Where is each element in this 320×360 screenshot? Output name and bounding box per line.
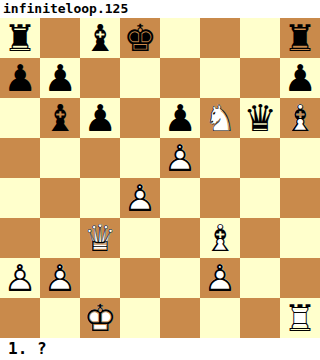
square-a6[interactable] (0, 98, 40, 138)
black-rook[interactable]: ♜ (280, 18, 320, 58)
square-h3[interactable] (280, 218, 320, 258)
square-e3[interactable] (160, 218, 200, 258)
square-g5[interactable] (240, 138, 280, 178)
black-pawn[interactable]: ♟ (0, 58, 40, 98)
piece-glyph-fill: ♚ (120, 18, 160, 58)
white-pawn[interactable]: ♟♙ (0, 258, 40, 298)
square-f5[interactable] (200, 138, 240, 178)
black-bishop[interactable]: ♝ (40, 98, 80, 138)
square-h4[interactable] (280, 178, 320, 218)
square-c5[interactable] (80, 138, 120, 178)
square-d2[interactable] (120, 258, 160, 298)
piece-glyph-fill: ♟ (80, 98, 120, 138)
square-e2[interactable] (160, 258, 200, 298)
white-rook[interactable]: ♜♖ (280, 298, 320, 338)
square-a5[interactable] (0, 138, 40, 178)
square-h7[interactable]: ♟ (280, 58, 320, 98)
move-prompt: 1. ? (8, 339, 47, 358)
piece-glyph-outline: ♙ (0, 258, 40, 298)
white-pawn[interactable]: ♟♙ (120, 178, 160, 218)
square-g6[interactable]: ♛ (240, 98, 280, 138)
piece-glyph-outline: ♙ (200, 258, 240, 298)
square-f4[interactable] (200, 178, 240, 218)
white-pawn[interactable]: ♟♙ (160, 138, 200, 178)
white-knight[interactable]: ♞♘ (200, 98, 240, 138)
square-e7[interactable] (160, 58, 200, 98)
piece-glyph-fill: ♜ (0, 18, 40, 58)
piece-glyph-outline: ♙ (120, 178, 160, 218)
piece-glyph-fill: ♝ (40, 98, 80, 138)
black-pawn[interactable]: ♟ (80, 98, 120, 138)
square-d8[interactable]: ♚ (120, 18, 160, 58)
square-a2[interactable]: ♟♙ (0, 258, 40, 298)
black-bishop[interactable]: ♝ (80, 18, 120, 58)
white-bishop[interactable]: ♝♗ (200, 218, 240, 258)
square-d7[interactable] (120, 58, 160, 98)
white-queen[interactable]: ♛♕ (80, 218, 120, 258)
square-b8[interactable] (40, 18, 80, 58)
square-h5[interactable] (280, 138, 320, 178)
piece-glyph-fill: ♜ (280, 18, 320, 58)
black-pawn[interactable]: ♟ (280, 58, 320, 98)
square-f6[interactable]: ♞♘ (200, 98, 240, 138)
piece-glyph-outline: ♗ (280, 98, 320, 138)
black-pawn[interactable]: ♟ (40, 58, 80, 98)
black-rook[interactable]: ♜ (0, 18, 40, 58)
square-d1[interactable] (120, 298, 160, 338)
square-g7[interactable] (240, 58, 280, 98)
square-d3[interactable] (120, 218, 160, 258)
square-e8[interactable] (160, 18, 200, 58)
square-f2[interactable]: ♟♙ (200, 258, 240, 298)
square-g4[interactable] (240, 178, 280, 218)
square-c6[interactable]: ♟ (80, 98, 120, 138)
square-a3[interactable] (0, 218, 40, 258)
square-c4[interactable] (80, 178, 120, 218)
puzzle-title: infiniteloop.125 (3, 1, 128, 16)
square-d5[interactable] (120, 138, 160, 178)
square-b3[interactable] (40, 218, 80, 258)
square-f7[interactable] (200, 58, 240, 98)
square-c7[interactable] (80, 58, 120, 98)
square-a4[interactable] (0, 178, 40, 218)
piece-glyph-outline: ♔ (80, 298, 120, 338)
square-e6[interactable]: ♟ (160, 98, 200, 138)
square-e1[interactable] (160, 298, 200, 338)
piece-glyph-fill: ♟ (280, 58, 320, 98)
square-d6[interactable] (120, 98, 160, 138)
square-b2[interactable]: ♟♙ (40, 258, 80, 298)
square-c8[interactable]: ♝ (80, 18, 120, 58)
piece-glyph-outline: ♗ (200, 218, 240, 258)
square-g1[interactable] (240, 298, 280, 338)
square-g3[interactable] (240, 218, 280, 258)
black-king[interactable]: ♚ (120, 18, 160, 58)
piece-glyph-outline: ♕ (80, 218, 120, 258)
square-d4[interactable]: ♟♙ (120, 178, 160, 218)
white-pawn[interactable]: ♟♙ (200, 258, 240, 298)
square-b4[interactable] (40, 178, 80, 218)
piece-glyph-fill: ♝ (80, 18, 120, 58)
white-king[interactable]: ♚♔ (80, 298, 120, 338)
piece-glyph-outline: ♘ (200, 98, 240, 138)
square-b7[interactable]: ♟ (40, 58, 80, 98)
black-queen[interactable]: ♛ (240, 98, 280, 138)
square-b5[interactable] (40, 138, 80, 178)
piece-glyph-outline: ♙ (160, 138, 200, 178)
chess-board: ♜♝♚♜♟♟♟♝♟♟♞♘♛♝♗♟♙♟♙♛♕♝♗♟♙♟♙♟♙♚♔♜♖ (0, 18, 320, 338)
square-f1[interactable] (200, 298, 240, 338)
square-c2[interactable] (80, 258, 120, 298)
piece-glyph-fill: ♛ (240, 98, 280, 138)
square-h6[interactable]: ♝♗ (280, 98, 320, 138)
square-f8[interactable] (200, 18, 240, 58)
puzzle-page: infiniteloop.125 ♜♝♚♜♟♟♟♝♟♟♞♘♛♝♗♟♙♟♙♛♕♝♗… (0, 0, 320, 360)
white-pawn[interactable]: ♟♙ (40, 258, 80, 298)
square-a8[interactable]: ♜ (0, 18, 40, 58)
white-bishop[interactable]: ♝♗ (280, 98, 320, 138)
piece-glyph-fill: ♟ (160, 98, 200, 138)
square-e5[interactable]: ♟♙ (160, 138, 200, 178)
square-a7[interactable]: ♟ (0, 58, 40, 98)
square-c1[interactable]: ♚♔ (80, 298, 120, 338)
black-pawn[interactable]: ♟ (160, 98, 200, 138)
piece-glyph-fill: ♟ (0, 58, 40, 98)
square-h8[interactable]: ♜ (280, 18, 320, 58)
piece-glyph-fill: ♟ (40, 58, 80, 98)
square-g8[interactable] (240, 18, 280, 58)
square-a1[interactable] (0, 298, 40, 338)
square-e4[interactable] (160, 178, 200, 218)
square-h2[interactable] (280, 258, 320, 298)
square-b6[interactable]: ♝ (40, 98, 80, 138)
piece-glyph-outline: ♖ (280, 298, 320, 338)
square-h1[interactable]: ♜♖ (280, 298, 320, 338)
square-g2[interactable] (240, 258, 280, 298)
square-f3[interactable]: ♝♗ (200, 218, 240, 258)
piece-glyph-outline: ♙ (40, 258, 80, 298)
square-c3[interactable]: ♛♕ (80, 218, 120, 258)
square-b1[interactable] (40, 298, 80, 338)
